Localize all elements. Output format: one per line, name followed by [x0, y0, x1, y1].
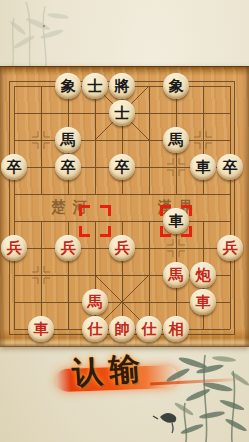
piece-black-elephant[interactable]: 象	[163, 73, 189, 99]
piece-red-advisor[interactable]: 仕	[136, 316, 162, 342]
piece-red-general[interactable]: 帥	[109, 316, 135, 342]
piece-red-soldier[interactable]: 兵	[1, 235, 27, 261]
bird-icon	[153, 413, 176, 433]
piece-red-soldier[interactable]: 兵	[217, 235, 243, 261]
piece-red-horse[interactable]: 馬	[82, 289, 108, 315]
piece-black-soldier[interactable]: 卒	[109, 154, 135, 180]
piece-red-soldier[interactable]: 兵	[109, 235, 135, 261]
piece-black-soldier[interactable]: 卒	[55, 154, 81, 180]
resign-label: 认输	[71, 347, 148, 394]
piece-red-soldier[interactable]: 兵	[55, 235, 81, 261]
piece-red-advisor[interactable]: 仕	[82, 316, 108, 342]
piece-black-horse[interactable]: 馬	[163, 127, 189, 153]
piece-black-advisor[interactable]: 士	[109, 100, 135, 126]
bamboo-painting-top-left	[0, 0, 95, 70]
piece-red-chariot[interactable]: 車	[28, 316, 54, 342]
resign-button[interactable]: 认输	[50, 349, 225, 399]
piece-black-chariot[interactable]: 車	[190, 154, 216, 180]
piece-black-advisor[interactable]: 士	[82, 73, 108, 99]
paper-speck	[43, 25, 45, 27]
piece-black-soldier[interactable]: 卒	[217, 154, 243, 180]
piece-black-chariot[interactable]: 車	[163, 208, 189, 234]
piece-black-horse[interactable]: 馬	[55, 127, 81, 153]
piece-black-elephant[interactable]: 象	[55, 73, 81, 99]
piece-red-cannon[interactable]: 炮	[190, 262, 216, 288]
xiangqi-board[interactable]: 楚河 漢界 象 士 將 象 士 馬 馬 卒 卒 卒 車 卒 車 兵 兵 兵 兵 …	[0, 66, 249, 347]
piece-black-general[interactable]: 將	[109, 73, 135, 99]
river-label-left: 楚河	[42, 195, 96, 219]
piece-red-chariot[interactable]: 車	[190, 289, 216, 315]
piece-red-horse[interactable]: 馬	[163, 262, 189, 288]
piece-black-soldier[interactable]: 卒	[1, 154, 27, 180]
game-screen: 楚河 漢界 象 士 將 象 士 馬 馬 卒 卒 卒 車 卒 車 兵 兵 兵 兵 …	[0, 0, 249, 442]
piece-red-elephant[interactable]: 相	[163, 316, 189, 342]
